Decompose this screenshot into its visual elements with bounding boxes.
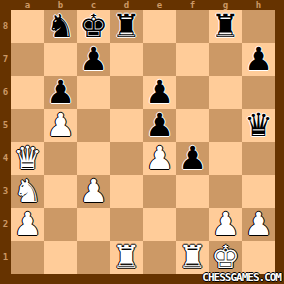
square-b6: ♟ xyxy=(44,76,77,109)
square-e7 xyxy=(143,43,176,76)
square-c1 xyxy=(77,241,110,274)
white-queen-a4: ♛ xyxy=(13,142,42,175)
square-b1 xyxy=(44,241,77,274)
site-watermark: CHESSGAMES.COM xyxy=(202,271,281,284)
square-h3 xyxy=(242,175,275,208)
square-c3: ♟ xyxy=(77,175,110,208)
square-c6 xyxy=(77,76,110,109)
square-g1: ♚ xyxy=(209,241,242,274)
square-e1 xyxy=(143,241,176,274)
square-f5 xyxy=(176,109,209,142)
black-pawn-c7: ♟ xyxy=(79,43,108,76)
square-g8: ♜ xyxy=(209,10,242,43)
square-c2 xyxy=(77,208,110,241)
square-h6 xyxy=(242,76,275,109)
black-pawn-h7: ♟ xyxy=(244,43,273,76)
square-c7: ♟ xyxy=(77,43,110,76)
white-pawn-b5: ♟ xyxy=(46,109,75,142)
square-a8 xyxy=(11,10,44,43)
white-pawn-h2: ♟ xyxy=(244,208,273,241)
white-king-g1: ♚ xyxy=(211,241,240,274)
square-e3 xyxy=(143,175,176,208)
square-d3 xyxy=(110,175,143,208)
square-d5 xyxy=(110,109,143,142)
white-rook-d1: ♜ xyxy=(112,241,141,274)
square-d2 xyxy=(110,208,143,241)
rank-label-7: 7 xyxy=(0,43,11,76)
square-d4 xyxy=(110,142,143,175)
square-b7 xyxy=(44,43,77,76)
square-a5 xyxy=(11,109,44,142)
white-pawn-g2: ♟ xyxy=(211,208,240,241)
square-d6 xyxy=(110,76,143,109)
black-king-c8: ♚ xyxy=(79,10,108,43)
file-label-f: f xyxy=(176,0,209,10)
square-f4: ♟ xyxy=(176,142,209,175)
black-knight-b8: ♞ xyxy=(46,10,75,43)
black-pawn-b6: ♟ xyxy=(46,76,75,109)
black-pawn-f4: ♟ xyxy=(178,142,207,175)
white-rook-f1: ♜ xyxy=(178,241,207,274)
square-f1: ♜ xyxy=(176,241,209,274)
square-f7 xyxy=(176,43,209,76)
square-e2 xyxy=(143,208,176,241)
square-g5 xyxy=(209,109,242,142)
square-g4 xyxy=(209,142,242,175)
square-a3: ♞ xyxy=(11,175,44,208)
file-label-a: a xyxy=(11,0,44,10)
black-pawn-e6: ♟ xyxy=(145,76,174,109)
square-g2: ♟ xyxy=(209,208,242,241)
square-g7 xyxy=(209,43,242,76)
rank-label-3: 3 xyxy=(0,175,11,208)
rank-label-8: 8 xyxy=(0,10,11,43)
square-e5: ♟ xyxy=(143,109,176,142)
square-a1 xyxy=(11,241,44,274)
square-d7 xyxy=(110,43,143,76)
black-rook-d8: ♜ xyxy=(112,10,141,43)
square-f2 xyxy=(176,208,209,241)
square-c8: ♚ xyxy=(77,10,110,43)
black-pawn-e5: ♟ xyxy=(145,109,174,142)
square-h4 xyxy=(242,142,275,175)
square-d8: ♜ xyxy=(110,10,143,43)
square-g3 xyxy=(209,175,242,208)
square-a7 xyxy=(11,43,44,76)
rank-label-4: 4 xyxy=(0,142,11,175)
square-b8: ♞ xyxy=(44,10,77,43)
rank-label-2: 2 xyxy=(0,208,11,241)
square-e8 xyxy=(143,10,176,43)
white-knight-a3: ♞ xyxy=(13,175,42,208)
square-e4: ♟ xyxy=(143,142,176,175)
square-h2: ♟ xyxy=(242,208,275,241)
square-f6 xyxy=(176,76,209,109)
square-b2 xyxy=(44,208,77,241)
rank-label-5: 5 xyxy=(0,109,11,142)
file-label-h: h xyxy=(242,0,275,10)
square-a2: ♟ xyxy=(11,208,44,241)
white-pawn-e4: ♟ xyxy=(145,142,174,175)
square-b5: ♟ xyxy=(44,109,77,142)
square-g6 xyxy=(209,76,242,109)
square-b4 xyxy=(44,142,77,175)
square-f8 xyxy=(176,10,209,43)
rank-labels: 87654321 xyxy=(0,10,11,274)
black-rook-g8: ♜ xyxy=(211,10,240,43)
square-h7: ♟ xyxy=(242,43,275,76)
white-pawn-a2: ♟ xyxy=(13,208,42,241)
square-b3 xyxy=(44,175,77,208)
square-e6: ♟ xyxy=(143,76,176,109)
square-f3 xyxy=(176,175,209,208)
file-label-e: e xyxy=(143,0,176,10)
square-c5 xyxy=(77,109,110,142)
rank-label-6: 6 xyxy=(0,76,11,109)
chessboard-frame: abcdefgh 87654321 ♞♚♜♜♟♟♟♟♟♟♛♛♟♟♞♟♟♟♟♜♜♚… xyxy=(0,0,284,284)
rank-label-1: 1 xyxy=(0,241,11,274)
black-queen-h5: ♛ xyxy=(244,109,273,142)
square-c4 xyxy=(77,142,110,175)
square-h8 xyxy=(242,10,275,43)
white-pawn-c3: ♟ xyxy=(79,175,108,208)
square-a6 xyxy=(11,76,44,109)
square-a4: ♛ xyxy=(11,142,44,175)
square-h5: ♛ xyxy=(242,109,275,142)
chess-board: ♞♚♜♜♟♟♟♟♟♟♛♛♟♟♞♟♟♟♟♜♜♚ xyxy=(11,10,275,274)
square-h1 xyxy=(242,241,275,274)
square-d1: ♜ xyxy=(110,241,143,274)
